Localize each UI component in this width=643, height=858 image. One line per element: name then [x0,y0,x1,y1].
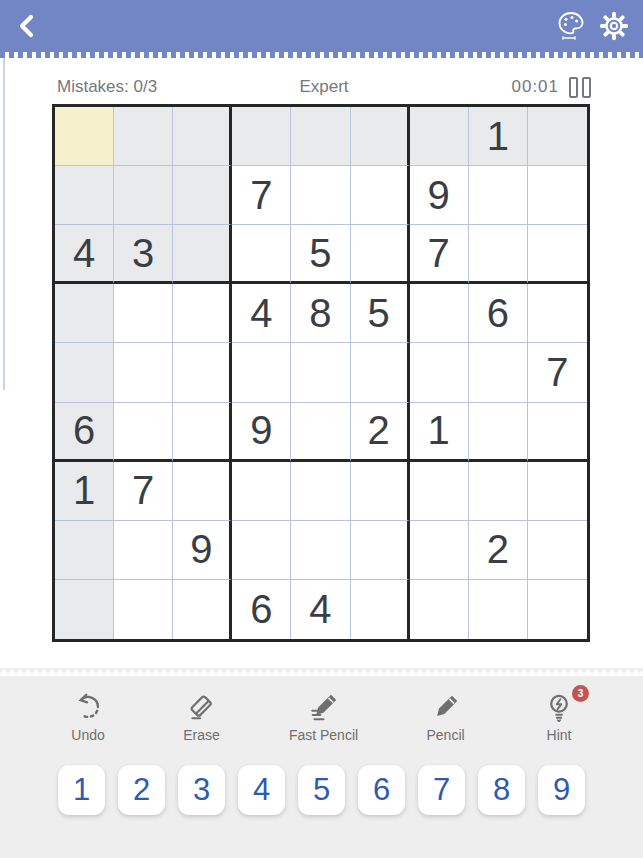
cell-r6c9[interactable] [528,403,587,462]
cell-r4c7[interactable] [410,284,469,343]
cell-r9c9[interactable] [528,580,587,639]
cell-r5c3[interactable] [173,343,232,402]
cell-r3c1[interactable]: 4 [55,225,114,284]
cell-r8c7[interactable] [410,521,469,580]
bottom-panel: Undo Erase Fast Penc [0,676,643,858]
cell-r2c1[interactable] [55,166,114,225]
fast-pencil-icon [308,692,340,722]
cell-r5c6[interactable] [351,343,410,402]
cell-r7c3[interactable] [173,462,232,521]
cell-r2c8[interactable] [469,166,528,225]
cell-r6c4[interactable]: 9 [232,403,291,462]
cell-r7c9[interactable] [528,462,587,521]
numpad-button-1[interactable]: 1 [58,765,105,815]
cell-r9c3[interactable] [173,580,232,639]
settings-button[interactable] [599,11,629,41]
cell-r4c9[interactable] [528,284,587,343]
cell-r9c6[interactable] [351,580,410,639]
numpad-button-4[interactable]: 4 [238,765,285,815]
cell-r2c4[interactable]: 7 [232,166,291,225]
cell-r2c3[interactable] [173,166,232,225]
cell-r2c7[interactable]: 9 [410,166,469,225]
undo-button[interactable]: Undo [62,692,114,743]
cell-r6c6[interactable]: 2 [351,403,410,462]
cell-r5c7[interactable] [410,343,469,402]
cell-r3c6[interactable] [351,225,410,284]
cell-r6c3[interactable] [173,403,232,462]
tool-label: Pencil [426,727,464,743]
cell-r4c6[interactable]: 5 [351,284,410,343]
tool-label: Erase [183,727,220,743]
top-bar [0,0,643,52]
cell-r3c5[interactable]: 5 [291,225,350,284]
cell-r3c3[interactable] [173,225,232,284]
numpad: 123456789 [0,765,643,815]
cell-r3c2[interactable]: 3 [114,225,173,284]
tool-label: Fast Pencil [289,727,358,743]
cell-r6c2[interactable] [114,403,173,462]
cell-r1c2[interactable] [114,107,173,166]
sudoku-board: 1794357485676921179264 [52,104,590,642]
numpad-button-9[interactable]: 9 [538,765,585,815]
cell-r2c6[interactable] [351,166,410,225]
cell-r1c9[interactable] [528,107,587,166]
cell-r6c8[interactable] [469,403,528,462]
numpad-button-2[interactable]: 2 [118,765,165,815]
cell-r2c2[interactable] [114,166,173,225]
timer: 00:01 [511,77,559,97]
page-edge-line [3,58,5,390]
cell-r7c6[interactable] [351,462,410,521]
cell-r8c9[interactable] [528,521,587,580]
difficulty-label: Expert [299,77,348,97]
toolbar: Undo Erase Fast Penc [0,676,643,743]
cell-r7c7[interactable] [410,462,469,521]
cell-r7c8[interactable] [469,462,528,521]
cell-r5c2[interactable] [114,343,173,402]
cell-r1c5[interactable] [291,107,350,166]
cell-r5c8[interactable] [469,343,528,402]
undo-icon [73,692,103,722]
cell-r7c5[interactable] [291,462,350,521]
cell-r1c8[interactable]: 1 [469,107,528,166]
cell-r8c4[interactable] [232,521,291,580]
pencil-button[interactable]: Pencil [420,692,472,743]
cell-r5c9[interactable]: 7 [528,343,587,402]
cell-r5c4[interactable] [232,343,291,402]
cell-r9c5[interactable]: 4 [291,580,350,639]
cell-r1c3[interactable] [173,107,232,166]
cell-r4c8[interactable]: 6 [469,284,528,343]
cell-r1c7[interactable] [410,107,469,166]
tool-label: Undo [71,727,104,743]
cell-r8c2[interactable] [114,521,173,580]
cell-r5c5[interactable] [291,343,350,402]
cell-r9c4[interactable]: 6 [232,580,291,639]
hint-button[interactable]: 3 Hint [533,692,585,743]
pause-icon [582,77,591,98]
cell-r7c1[interactable]: 1 [55,462,114,521]
lightbulb-icon [544,692,574,722]
cell-r8c8[interactable]: 2 [469,521,528,580]
zigzag-edge [0,668,643,676]
cell-r9c7[interactable] [410,580,469,639]
back-button[interactable] [16,12,38,40]
cell-r3c9[interactable] [528,225,587,284]
gear-icon [599,11,629,41]
cell-r6c7[interactable]: 1 [410,403,469,462]
cell-r6c5[interactable] [291,403,350,462]
cell-r8c1[interactable] [55,521,114,580]
cell-r1c1[interactable] [55,107,114,166]
cell-r9c8[interactable] [469,580,528,639]
cell-r1c4[interactable] [232,107,291,166]
pencil-icon [431,692,461,722]
numpad-button-8[interactable]: 8 [478,765,525,815]
erase-button[interactable]: Erase [175,692,227,743]
cell-r4c3[interactable] [173,284,232,343]
spacer [0,642,643,668]
cell-r4c2[interactable] [114,284,173,343]
cell-r2c5[interactable] [291,166,350,225]
cell-r2c9[interactable] [528,166,587,225]
cell-r3c8[interactable] [469,225,528,284]
perforated-edge [0,52,643,58]
hint-badge: 3 [572,685,589,702]
cell-r9c1[interactable] [55,580,114,639]
status-bar: Mistakes: 0/3 Expert 00:01 [0,74,643,100]
cell-r4c1[interactable] [55,284,114,343]
numpad-button-7[interactable]: 7 [418,765,465,815]
numpad-button-6[interactable]: 6 [358,765,405,815]
theme-button[interactable] [556,10,586,42]
numpad-button-5[interactable]: 5 [298,765,345,815]
cell-r4c4[interactable]: 4 [232,284,291,343]
cell-r5c1[interactable] [55,343,114,402]
cell-r1c6[interactable] [351,107,410,166]
eraser-icon [186,692,216,722]
tool-label: Hint [547,727,572,743]
pause-button[interactable] [569,77,591,98]
cell-r9c2[interactable] [114,580,173,639]
pause-icon [569,77,578,98]
numpad-button-3[interactable]: 3 [178,765,225,815]
cell-r7c2[interactable]: 7 [114,462,173,521]
cell-r8c3[interactable]: 9 [173,521,232,580]
cell-r3c4[interactable] [232,225,291,284]
cell-r3c7[interactable]: 7 [410,225,469,284]
cell-r6c1[interactable]: 6 [55,403,114,462]
cell-r8c5[interactable] [291,521,350,580]
cell-r8c6[interactable] [351,521,410,580]
mistakes-counter: Mistakes: 0/3 [57,77,299,97]
chevron-left-icon [16,12,38,40]
palette-icon [556,10,586,42]
fast-pencil-button[interactable]: Fast Pencil [289,692,358,743]
cell-r4c5[interactable]: 8 [291,284,350,343]
cell-r7c4[interactable] [232,462,291,521]
